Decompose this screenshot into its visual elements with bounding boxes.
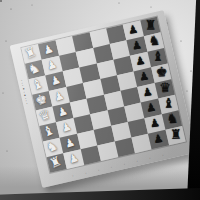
chess-board: ···•·•··· ♜♟♟♜♞♟♟♞♝♟♟♝♚♟♟♚♛♟♟♛♝♟♟♝♞♟♟♞♜♟…	[10, 10, 197, 188]
black-bishop: ♝	[152, 49, 164, 62]
black-pawn: ♟	[153, 132, 164, 144]
white-rook: ♜	[47, 153, 63, 170]
black-queen: ♛	[159, 80, 171, 93]
white-pawn: ♟	[46, 58, 59, 72]
white-pawn: ♟	[64, 136, 77, 150]
chess-photo: ···•·•··· ♜♟♟♜♞♟♟♞♝♟♟♝♚♟♟♚♛♟♟♛♝♟♟♝♞♟♟♞♜♟…	[0, 0, 200, 200]
white-pawn: ♟	[49, 73, 62, 87]
white-pawn: ♟	[60, 120, 73, 134]
white-pawn: ♟	[56, 105, 69, 119]
white-pawn: ♟	[67, 151, 80, 165]
black-pawn: ♟	[149, 117, 160, 129]
black-rook: ♜	[145, 18, 157, 31]
photo-edge-band-right	[187, 0, 200, 200]
black-knight: ♞	[167, 111, 179, 124]
black-king: ♚	[156, 65, 168, 78]
black-rook: ♜	[170, 127, 182, 140]
black-pawn: ♟	[145, 101, 156, 113]
white-pawn: ♟	[53, 89, 66, 103]
white-pawn: ♟	[42, 42, 55, 56]
board-grid: ♜♟♟♜♞♟♟♞♝♟♟♝♚♟♟♚♛♟♟♛♝♟♟♝♞♟♟♞♜♟♟♜	[21, 17, 185, 173]
black-knight: ♞	[149, 33, 161, 46]
square-7-7: ♜	[165, 126, 186, 145]
black-pawn: ♟	[127, 23, 138, 35]
black-pawn: ♟	[131, 39, 142, 51]
black-pawn: ♟	[142, 86, 153, 98]
black-pawn: ♟	[138, 70, 149, 82]
black-bishop: ♝	[163, 96, 175, 109]
black-pawn: ♟	[135, 54, 146, 66]
